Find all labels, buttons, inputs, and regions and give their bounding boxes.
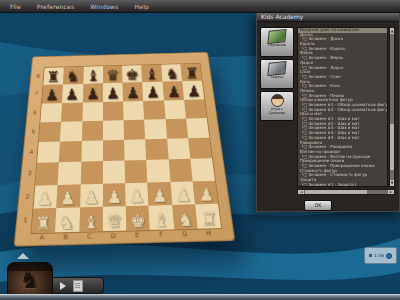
black-pawn-piece[interactable]: ♟ — [62, 86, 83, 103]
playback-toolbar — [52, 277, 104, 294]
lesson-row[interactable]: └□ Экзамен #1 - Защита I — [298, 183, 387, 187]
square-b3[interactable] — [58, 162, 81, 185]
black-pawn-piece[interactable]: ♟ — [42, 87, 63, 104]
bottom-status-strip — [0, 294, 400, 300]
square-h8[interactable]: ♜ — [180, 64, 202, 82]
panel-side-buttons: ОбучениеЗадачиИгра с Джошем — [260, 27, 296, 123]
white-pawn-piece[interactable]: ♟ — [79, 188, 102, 207]
black-knight-piece[interactable]: ♞ — [63, 68, 83, 84]
side-button-label: Обучение — [268, 44, 286, 48]
white-pawn-piece[interactable]: ♟ — [171, 186, 194, 205]
square-c7[interactable]: ♟ — [83, 84, 103, 103]
square-b7[interactable]: ♟ — [62, 84, 83, 103]
square-a1[interactable]: ♜ — [32, 208, 57, 233]
square-c2[interactable]: ♟ — [80, 183, 103, 207]
square-d8[interactable]: ♛ — [103, 66, 123, 84]
square-f8[interactable]: ♝ — [142, 65, 163, 83]
square-g5[interactable] — [165, 118, 188, 138]
expand-triangle-icon[interactable] — [17, 253, 29, 259]
square-d2[interactable]: ♟ — [103, 183, 126, 207]
square-f3[interactable] — [146, 160, 170, 183]
square-e8[interactable]: ♚ — [122, 65, 142, 83]
chess-board[interactable]: 87654321 ABCDEFGH ♜♞♝♛♚♝♞♜♟♟♟♟♟♟♟♟♟♟♟♟♟♟… — [14, 52, 236, 247]
square-e7[interactable]: ♟ — [123, 83, 144, 102]
white-pawn-piece[interactable]: ♟ — [148, 186, 171, 205]
square-e6[interactable] — [123, 101, 144, 120]
square-e2[interactable]: ♟ — [125, 182, 149, 206]
square-h1[interactable]: ♜ — [195, 204, 221, 229]
square-c8[interactable]: ♝ — [83, 66, 103, 84]
rank-label: 3 — [24, 162, 35, 184]
black-rook-piece[interactable]: ♜ — [43, 69, 63, 85]
black-king-piece[interactable]: ♚ — [122, 67, 142, 83]
square-h7[interactable]: ♟ — [182, 81, 204, 100]
menu-item-windows[interactable]: Windows — [90, 3, 118, 10]
side-button-0[interactable]: Обучение — [260, 27, 294, 57]
white-knight-piece[interactable]: ♞ — [173, 210, 197, 230]
side-button-label: Игра с Джошем — [269, 108, 285, 116]
lessons-board-icon — [267, 29, 286, 44]
black-pawn-piece[interactable]: ♟ — [143, 84, 164, 101]
square-g1[interactable]: ♞ — [172, 204, 198, 229]
square-e1[interactable]: ♚ — [126, 205, 150, 230]
square-a3[interactable] — [35, 162, 59, 185]
scroll-right-icon[interactable]: ► — [388, 190, 394, 194]
chess-board-area: 87654321 ABCDEFGH ♜♞♝♛♚♝♞♜♟♟♟♟♟♟♟♟♟♟♟♟♟♟… — [10, 32, 234, 242]
square-c6[interactable] — [82, 102, 103, 121]
kids-academy-panel: Kids Academy ОбучениеЗадачиИгра с Джошем… — [256, 11, 400, 212]
josh-face-icon — [271, 94, 284, 107]
square-d1[interactable]: ♛ — [103, 206, 127, 231]
mini-clock-widget[interactable]: 1:56 — [364, 247, 397, 264]
white-knight-piece[interactable]: ♞ — [55, 213, 79, 233]
vertical-scrollbar[interactable]: ▲ ▼ — [389, 27, 395, 187]
board-grid: ♜♞♝♛♚♝♞♜♟♟♟♟♟♟♟♟♟♟♟♟♟♟♟♟♜♞♝♛♚♝♞♜ — [30, 63, 222, 234]
square-f5[interactable] — [144, 119, 166, 139]
square-g4[interactable] — [167, 138, 190, 159]
black-pawn-piece[interactable]: ♟ — [163, 83, 184, 100]
rank-label: 8 — [33, 67, 43, 84]
rank-label: 6 — [30, 102, 40, 121]
square-f6[interactable] — [143, 100, 165, 119]
rank-label: 4 — [26, 141, 37, 162]
menu-item-file[interactable]: File — [10, 3, 21, 10]
white-queen-piece[interactable]: ♛ — [102, 211, 126, 231]
black-bishop-piece[interactable]: ♝ — [142, 66, 162, 82]
square-d4[interactable] — [103, 140, 125, 161]
square-f4[interactable] — [145, 139, 168, 160]
white-rook-piece[interactable]: ♜ — [31, 213, 55, 233]
white-pawn-piece[interactable]: ♟ — [194, 185, 217, 204]
play-icon[interactable] — [60, 282, 66, 290]
square-e5[interactable] — [124, 119, 146, 139]
square-c5[interactable] — [81, 121, 102, 141]
square-h4[interactable] — [188, 138, 212, 159]
square-a4[interactable] — [37, 142, 60, 164]
square-e3[interactable] — [125, 160, 148, 183]
square-b1[interactable]: ♞ — [55, 207, 79, 232]
clock-time: 1:56 — [374, 253, 384, 258]
hscroll-thumb[interactable] — [305, 190, 367, 194]
white-pawn-piece[interactable]: ♟ — [56, 189, 79, 208]
square-a6[interactable] — [40, 103, 62, 122]
black-bishop-piece[interactable]: ♝ — [83, 68, 103, 84]
horizontal-scrollbar[interactable]: ◄ ► — [297, 189, 395, 195]
square-b5[interactable] — [60, 121, 82, 141]
square-d7[interactable]: ♟ — [103, 83, 123, 102]
square-b4[interactable] — [59, 141, 81, 162]
square-f7[interactable]: ♟ — [142, 82, 163, 101]
square-a8[interactable]: ♜ — [43, 67, 64, 85]
lesson-list[interactable]: Вводный урок по шахматамДоска└□ Экзамен … — [297, 27, 388, 187]
square-g8[interactable]: ♞ — [161, 64, 182, 82]
scroll-down-icon[interactable]: ▼ — [390, 180, 394, 186]
square-d3[interactable] — [103, 161, 125, 184]
knight-icon: ♞ — [8, 268, 52, 292]
square-g3[interactable] — [168, 159, 192, 182]
scroll-up-icon[interactable]: ▲ — [390, 28, 394, 34]
black-pawn-piece[interactable]: ♟ — [102, 85, 123, 102]
square-g2[interactable]: ♟ — [170, 181, 195, 205]
white-pawn-piece[interactable]: ♟ — [33, 189, 56, 208]
square-d6[interactable] — [103, 101, 124, 120]
move-list-icon[interactable] — [73, 280, 83, 292]
square-h5[interactable] — [186, 118, 209, 138]
square-f1[interactable]: ♝ — [149, 205, 174, 230]
side-button-1[interactable]: Задачи — [260, 59, 294, 89]
square-c4[interactable] — [81, 140, 103, 161]
square-b8[interactable]: ♞ — [63, 67, 83, 85]
side-button-2[interactable]: Игра с Джошем — [260, 91, 294, 121]
menu-bar: FilePreferencesWindowsHelp — [0, 0, 400, 13]
square-d5[interactable] — [103, 120, 124, 140]
black-queen-piece[interactable]: ♛ — [102, 67, 122, 83]
black-pawn-piece[interactable]: ♟ — [183, 83, 204, 100]
square-a5[interactable] — [39, 122, 61, 142]
clock-dot-icon — [386, 253, 392, 259]
rank-label: 5 — [28, 121, 39, 141]
white-pawn-piece[interactable]: ♟ — [125, 187, 148, 206]
vscroll-thumb[interactable] — [390, 124, 394, 170]
rank-label: 1 — [19, 207, 31, 232]
square-e4[interactable] — [124, 139, 146, 160]
menu-item-help[interactable]: Help — [135, 3, 149, 10]
clock-mark-icon — [369, 254, 372, 257]
square-f2[interactable]: ♟ — [148, 182, 172, 206]
square-c3[interactable] — [80, 161, 102, 184]
square-a2[interactable]: ♟ — [34, 185, 58, 209]
square-g7[interactable]: ♟ — [162, 82, 184, 101]
white-bishop-piece[interactable]: ♝ — [79, 212, 103, 232]
menu-item-preferences[interactable]: Preferences — [37, 3, 75, 10]
black-pawn-piece[interactable]: ♟ — [82, 85, 103, 102]
square-h2[interactable]: ♟ — [192, 180, 217, 204]
square-c1[interactable]: ♝ — [79, 207, 103, 232]
panel-title: Kids Academy — [257, 12, 399, 22]
square-h6[interactable] — [184, 99, 207, 118]
white-bishop-piece[interactable]: ♝ — [150, 210, 174, 230]
square-h3[interactable] — [190, 158, 215, 181]
white-king-piece[interactable]: ♚ — [126, 211, 150, 231]
square-a7[interactable]: ♟ — [42, 85, 63, 104]
rank-label: 2 — [22, 184, 34, 207]
black-knight-piece[interactable]: ♞ — [162, 66, 182, 82]
ok-button[interactable]: OK — [304, 200, 332, 211]
drills-board-icon — [267, 61, 286, 76]
square-b2[interactable]: ♟ — [57, 184, 81, 208]
black-rook-piece[interactable]: ♜ — [182, 65, 202, 81]
rank-label: 7 — [32, 84, 42, 102]
white-pawn-piece[interactable]: ♟ — [102, 188, 125, 207]
side-button-label: Задачи — [270, 76, 283, 80]
black-pawn-piece[interactable]: ♟ — [123, 84, 144, 101]
square-b6[interactable] — [61, 102, 82, 121]
square-g6[interactable] — [164, 99, 186, 118]
scroll-left-icon[interactable]: ◄ — [298, 190, 304, 194]
